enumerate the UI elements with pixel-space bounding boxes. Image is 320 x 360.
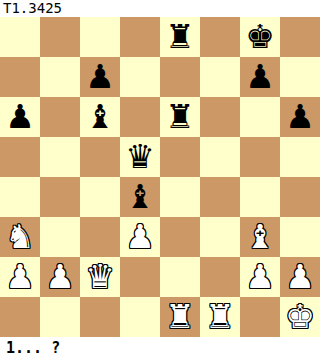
- square-b1[interactable]: [40, 297, 80, 337]
- piece-white-rook: ♜: [205, 297, 235, 337]
- piece-black-pawn: ♟: [5, 97, 35, 137]
- square-h4[interactable]: [280, 177, 320, 217]
- square-g5[interactable]: [240, 137, 280, 177]
- square-b8[interactable]: [40, 17, 80, 57]
- piece-black-pawn: ♟: [245, 57, 275, 97]
- title-text: T1.3425: [0, 0, 320, 17]
- piece-white-pawn: ♟: [245, 257, 275, 297]
- piece-black-pawn: ♟: [285, 97, 315, 137]
- square-d7[interactable]: [120, 57, 160, 97]
- square-h5[interactable]: [280, 137, 320, 177]
- square-a5[interactable]: [0, 137, 40, 177]
- piece-black-bishop: ♝: [85, 97, 115, 137]
- square-f5[interactable]: [200, 137, 240, 177]
- square-a4[interactable]: [0, 177, 40, 217]
- move-prompt: 1... ?: [0, 337, 320, 360]
- square-d1[interactable]: [120, 297, 160, 337]
- square-d5[interactable]: ♛: [120, 137, 160, 177]
- square-e3[interactable]: [160, 217, 200, 257]
- piece-black-pawn: ♟: [85, 57, 115, 97]
- square-b3[interactable]: [40, 217, 80, 257]
- piece-white-pawn: ♟: [285, 257, 315, 297]
- piece-black-king: ♚: [245, 17, 275, 57]
- square-h3[interactable]: [280, 217, 320, 257]
- square-c7[interactable]: ♟: [80, 57, 120, 97]
- square-e5[interactable]: [160, 137, 200, 177]
- square-a7[interactable]: [0, 57, 40, 97]
- square-a8[interactable]: [0, 17, 40, 57]
- square-g2[interactable]: ♟: [240, 257, 280, 297]
- square-e8[interactable]: ♜: [160, 17, 200, 57]
- square-b7[interactable]: [40, 57, 80, 97]
- square-c5[interactable]: [80, 137, 120, 177]
- piece-black-queen: ♛: [125, 137, 155, 177]
- square-h6[interactable]: ♟: [280, 97, 320, 137]
- square-h7[interactable]: [280, 57, 320, 97]
- square-c2[interactable]: ♛: [80, 257, 120, 297]
- square-d3[interactable]: ♟: [120, 217, 160, 257]
- square-d2[interactable]: [120, 257, 160, 297]
- piece-white-knight: ♞: [5, 217, 35, 257]
- square-c6[interactable]: ♝: [80, 97, 120, 137]
- square-g6[interactable]: [240, 97, 280, 137]
- square-g4[interactable]: [240, 177, 280, 217]
- piece-white-pawn: ♟: [5, 257, 35, 297]
- square-a1[interactable]: [0, 297, 40, 337]
- square-e6[interactable]: ♜: [160, 97, 200, 137]
- chess-app-window: T1.3425 ♜♚♟♟♟♝♜♟♛♝♞♟♝♟♟♛♟♟♜♜♚ 1... ?: [0, 0, 320, 360]
- square-b4[interactable]: [40, 177, 80, 217]
- square-f3[interactable]: [200, 217, 240, 257]
- square-f8[interactable]: [200, 17, 240, 57]
- square-h2[interactable]: ♟: [280, 257, 320, 297]
- square-g7[interactable]: ♟: [240, 57, 280, 97]
- square-g3[interactable]: ♝: [240, 217, 280, 257]
- square-c4[interactable]: [80, 177, 120, 217]
- piece-white-pawn: ♟: [125, 217, 155, 257]
- square-g1[interactable]: [240, 297, 280, 337]
- square-a6[interactable]: ♟: [0, 97, 40, 137]
- square-f1[interactable]: ♜: [200, 297, 240, 337]
- square-f4[interactable]: [200, 177, 240, 217]
- square-d6[interactable]: [120, 97, 160, 137]
- square-f6[interactable]: [200, 97, 240, 137]
- square-d8[interactable]: [120, 17, 160, 57]
- square-e2[interactable]: [160, 257, 200, 297]
- piece-black-bishop: ♝: [125, 177, 155, 217]
- square-c3[interactable]: [80, 217, 120, 257]
- piece-white-queen: ♛: [85, 257, 115, 297]
- piece-black-rook: ♜: [165, 97, 195, 137]
- square-b5[interactable]: [40, 137, 80, 177]
- square-a3[interactable]: ♞: [0, 217, 40, 257]
- square-c8[interactable]: [80, 17, 120, 57]
- square-a2[interactable]: ♟: [0, 257, 40, 297]
- square-g8[interactable]: ♚: [240, 17, 280, 57]
- square-e1[interactable]: ♜: [160, 297, 200, 337]
- square-e4[interactable]: [160, 177, 200, 217]
- square-h8[interactable]: [280, 17, 320, 57]
- square-e7[interactable]: [160, 57, 200, 97]
- piece-white-bishop: ♝: [245, 217, 275, 257]
- piece-white-rook: ♜: [165, 297, 195, 337]
- square-f7[interactable]: [200, 57, 240, 97]
- chess-board: ♜♚♟♟♟♝♜♟♛♝♞♟♝♟♟♛♟♟♜♜♚: [0, 17, 320, 337]
- square-c1[interactable]: [80, 297, 120, 337]
- piece-white-pawn: ♟: [45, 257, 75, 297]
- piece-black-rook: ♜: [165, 17, 195, 57]
- square-b2[interactable]: ♟: [40, 257, 80, 297]
- square-f2[interactable]: [200, 257, 240, 297]
- square-b6[interactable]: [40, 97, 80, 137]
- piece-white-king: ♚: [285, 297, 315, 337]
- square-h1[interactable]: ♚: [280, 297, 320, 337]
- square-d4[interactable]: ♝: [120, 177, 160, 217]
